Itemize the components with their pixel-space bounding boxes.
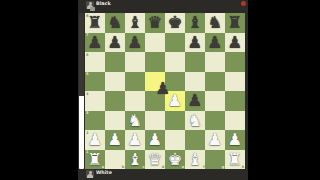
piece-black-bishop-f8[interactable]: ♝ xyxy=(185,13,205,33)
piece-black-bishop-c8[interactable]: ♝ xyxy=(125,13,145,33)
square-a5[interactable]: 5 xyxy=(85,72,105,92)
chess-board: 8♜♞♝♛♚♝♞♜7♟♟♟♟♟♟654♟♟3♞♞2♟♟♟♟♟♟1a♜bc♝d♛e… xyxy=(85,13,245,169)
square-e7[interactable] xyxy=(165,33,185,53)
square-e2[interactable] xyxy=(165,130,185,150)
bottom-player-row: White xyxy=(86,170,116,180)
square-g5[interactable] xyxy=(205,72,225,92)
piece-black-rook-a8[interactable]: ♜ xyxy=(85,13,105,33)
square-c1[interactable]: c♝ xyxy=(125,150,145,170)
square-a2[interactable]: 2♟ xyxy=(85,130,105,150)
square-g3[interactable] xyxy=(205,111,225,131)
square-c6[interactable] xyxy=(125,52,145,72)
square-c4[interactable] xyxy=(125,91,145,111)
piece-white-knight-c3[interactable]: ♞ xyxy=(125,111,145,131)
square-h2[interactable]: ♟ xyxy=(225,130,245,150)
square-b5[interactable] xyxy=(105,72,125,92)
piece-white-rook-h1[interactable]: ♜ xyxy=(225,150,245,170)
piece-white-queen-d1[interactable]: ♛ xyxy=(145,150,165,170)
square-g4[interactable] xyxy=(205,91,225,111)
square-e3[interactable] xyxy=(165,111,185,131)
square-d8[interactable]: ♛ xyxy=(145,13,165,33)
square-d6[interactable] xyxy=(145,52,165,72)
coordinate-rank-4: 4 xyxy=(86,92,89,96)
square-e6[interactable] xyxy=(165,52,185,72)
square-h6[interactable] xyxy=(225,52,245,72)
square-a4[interactable]: 4 xyxy=(85,91,105,111)
square-h3[interactable] xyxy=(225,111,245,131)
piece-white-rook-a1[interactable]: ♜ xyxy=(85,150,105,170)
piece-black-pawn-c7[interactable]: ♟ xyxy=(125,33,145,53)
piece-black-pawn-f4[interactable]: ♟ xyxy=(185,91,205,111)
square-d3[interactable] xyxy=(145,111,165,131)
square-h8[interactable]: ♜ xyxy=(225,13,245,33)
square-f4[interactable]: ♟ xyxy=(185,91,205,111)
square-a8[interactable]: 8♜ xyxy=(85,13,105,33)
square-e1[interactable]: e♚ xyxy=(165,150,185,170)
top-player-name: Black xyxy=(96,1,111,6)
square-g8[interactable]: ♞ xyxy=(205,13,225,33)
square-c7[interactable]: ♟ xyxy=(125,33,145,53)
piece-white-bishop-f1[interactable]: ♝ xyxy=(185,150,205,170)
evaluation-bar-white-part xyxy=(79,96,84,169)
piece-black-pawn-g7[interactable]: ♟ xyxy=(205,33,225,53)
piece-white-pawn-a2[interactable]: ♟ xyxy=(85,130,105,150)
piece-white-pawn-c2[interactable]: ♟ xyxy=(125,130,145,150)
square-a1[interactable]: 1a♜ xyxy=(85,150,105,170)
bottom-player-name: White xyxy=(96,170,112,175)
bottom-player-avatar xyxy=(86,170,94,178)
piece-white-king-e1[interactable]: ♚ xyxy=(165,150,185,170)
piece-black-king-e8[interactable]: ♚ xyxy=(165,13,185,33)
square-h5[interactable] xyxy=(225,72,245,92)
square-b3[interactable] xyxy=(105,111,125,131)
square-g1[interactable]: g xyxy=(205,150,225,170)
square-d1[interactable]: d♛ xyxy=(145,150,165,170)
square-d7[interactable] xyxy=(145,33,165,53)
square-b8[interactable]: ♞ xyxy=(105,13,125,33)
square-c5[interactable] xyxy=(125,72,145,92)
piece-black-pawn-f7[interactable]: ♟ xyxy=(185,33,205,53)
square-b2[interactable]: ♟ xyxy=(105,130,125,150)
record-dot-icon xyxy=(241,1,246,6)
square-b4[interactable] xyxy=(105,91,125,111)
square-e8[interactable]: ♚ xyxy=(165,13,185,33)
square-f2[interactable] xyxy=(185,130,205,150)
piece-black-pawn-h7[interactable]: ♟ xyxy=(225,33,245,53)
piece-black-knight-b8[interactable]: ♞ xyxy=(105,13,125,33)
piece-black-pawn-b7[interactable]: ♟ xyxy=(105,33,125,53)
piece-black-knight-g8[interactable]: ♞ xyxy=(205,13,225,33)
chess-app-frame: Black 8♜♞♝♛♚♝♞♜7♟♟♟♟♟♟654♟♟3♞♞2♟♟♟♟♟♟1a♜… xyxy=(78,0,248,180)
square-d2[interactable]: ♟ xyxy=(145,130,165,150)
piece-black-pawn-moving-d5-e4[interactable]: ♟ xyxy=(153,79,173,99)
square-f5[interactable] xyxy=(185,72,205,92)
piece-black-pawn-a7[interactable]: ♟ xyxy=(85,33,105,53)
evaluation-bar xyxy=(79,13,84,169)
square-c2[interactable]: ♟ xyxy=(125,130,145,150)
coordinate-rank-5: 5 xyxy=(86,72,89,76)
piece-white-pawn-h2[interactable]: ♟ xyxy=(225,130,245,150)
coordinate-rank-6: 6 xyxy=(86,53,89,57)
square-a6[interactable]: 6 xyxy=(85,52,105,72)
square-f1[interactable]: f♝ xyxy=(185,150,205,170)
square-c3[interactable]: ♞ xyxy=(125,111,145,131)
letterbox-right xyxy=(248,0,320,180)
square-a7[interactable]: 7♟ xyxy=(85,33,105,53)
square-g6[interactable] xyxy=(205,52,225,72)
piece-black-queen-d8[interactable]: ♛ xyxy=(145,13,165,33)
top-player-flag-icon xyxy=(90,7,95,11)
square-c8[interactable]: ♝ xyxy=(125,13,145,33)
square-f6[interactable] xyxy=(185,52,205,72)
square-b7[interactable]: ♟ xyxy=(105,33,125,53)
piece-white-knight-f3[interactable]: ♞ xyxy=(185,111,205,131)
square-h7[interactable]: ♟ xyxy=(225,33,245,53)
square-b1[interactable]: b xyxy=(105,150,125,170)
piece-white-bishop-c1[interactable]: ♝ xyxy=(125,150,145,170)
piece-black-rook-h8[interactable]: ♜ xyxy=(225,13,245,33)
square-h4[interactable] xyxy=(225,91,245,111)
square-g7[interactable]: ♟ xyxy=(205,33,225,53)
coordinate-rank-3: 3 xyxy=(86,111,89,115)
square-f7[interactable]: ♟ xyxy=(185,33,205,53)
animating-piece-wrapper: ♟ xyxy=(153,79,173,99)
square-b6[interactable] xyxy=(105,52,125,72)
square-h1[interactable]: h♜ xyxy=(225,150,245,170)
square-f8[interactable]: ♝ xyxy=(185,13,205,33)
piece-white-pawn-b2[interactable]: ♟ xyxy=(105,130,125,150)
square-f3[interactable]: ♞ xyxy=(185,111,205,131)
piece-white-pawn-g2[interactable]: ♟ xyxy=(205,130,225,150)
square-g2[interactable]: ♟ xyxy=(205,130,225,150)
piece-white-pawn-d2[interactable]: ♟ xyxy=(145,130,165,150)
square-a3[interactable]: 3 xyxy=(85,111,105,131)
letterbox-left xyxy=(0,0,78,180)
